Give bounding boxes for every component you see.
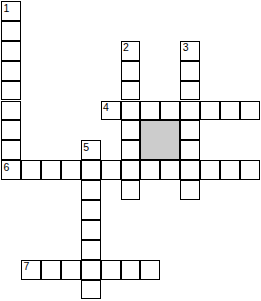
cell-r8-c0[interactable] (1, 160, 21, 180)
cell-r8-c2[interactable] (41, 160, 61, 180)
cell-r6-c0[interactable] (1, 120, 21, 140)
cell-r7-c0[interactable] (1, 140, 21, 160)
cell-r2-c9[interactable] (180, 41, 200, 61)
cell-r5-c5[interactable] (101, 101, 121, 121)
cell-r2-c0[interactable] (1, 41, 21, 61)
cell-r4-c9[interactable] (180, 81, 200, 101)
cell-r5-c7[interactable] (140, 101, 160, 121)
cell-r3-c9[interactable] (180, 61, 200, 81)
cell-r8-c8[interactable] (160, 160, 180, 180)
cell-r5-c10[interactable] (200, 101, 220, 121)
cell-r8-c6[interactable] (121, 160, 141, 180)
cell-r8-c5[interactable] (101, 160, 121, 180)
cell-r5-c9[interactable] (180, 101, 200, 121)
cell-r13-c4[interactable] (81, 260, 101, 280)
cell-r8-c4[interactable] (81, 160, 101, 180)
cell-r13-c3[interactable] (61, 260, 81, 280)
cell-r9-c6[interactable] (121, 180, 141, 200)
cell-r13-c5[interactable] (101, 260, 121, 280)
cell-r11-c4[interactable] (81, 220, 101, 240)
cell-r7-c4[interactable] (81, 140, 101, 160)
cell-r8-c3[interactable] (61, 160, 81, 180)
cell-r8-c9[interactable] (180, 160, 200, 180)
cell-r8-c7[interactable] (140, 160, 160, 180)
cell-r8-c12[interactable] (240, 160, 260, 180)
cell-r4-c6[interactable] (121, 81, 141, 101)
cell-r8-c1[interactable] (21, 160, 41, 180)
cell-r13-c2[interactable] (41, 260, 61, 280)
cell-r5-c11[interactable] (220, 101, 240, 121)
cell-r3-c6[interactable] (121, 61, 141, 81)
cell-r14-c4[interactable] (81, 280, 101, 300)
cell-r5-c0[interactable] (1, 101, 21, 121)
cell-r8-c11[interactable] (220, 160, 240, 180)
cell-r5-c6[interactable] (121, 101, 141, 121)
cell-r1-c0[interactable] (1, 21, 21, 41)
cell-r2-c6[interactable] (121, 41, 141, 61)
cell-r9-c9[interactable] (180, 180, 200, 200)
cell-r13-c7[interactable] (140, 260, 160, 280)
cell-r4-c0[interactable] (1, 81, 21, 101)
shaded-block (140, 120, 180, 160)
cell-r7-c6[interactable] (121, 140, 141, 160)
cell-r7-c9[interactable] (180, 140, 200, 160)
cell-r10-c4[interactable] (81, 200, 101, 220)
cell-r8-c10[interactable] (200, 160, 220, 180)
cell-r12-c4[interactable] (81, 240, 101, 260)
cell-r3-c0[interactable] (1, 61, 21, 81)
crossword-grid: 1234567 (0, 0, 261, 301)
cell-r13-c1[interactable] (21, 260, 41, 280)
cell-r13-c6[interactable] (121, 260, 141, 280)
cell-r5-c12[interactable] (240, 101, 260, 121)
cell-r6-c9[interactable] (180, 120, 200, 140)
cell-r9-c4[interactable] (81, 180, 101, 200)
cell-r5-c8[interactable] (160, 101, 180, 121)
cell-r6-c6[interactable] (121, 120, 141, 140)
cell-r0-c0[interactable] (1, 1, 21, 21)
